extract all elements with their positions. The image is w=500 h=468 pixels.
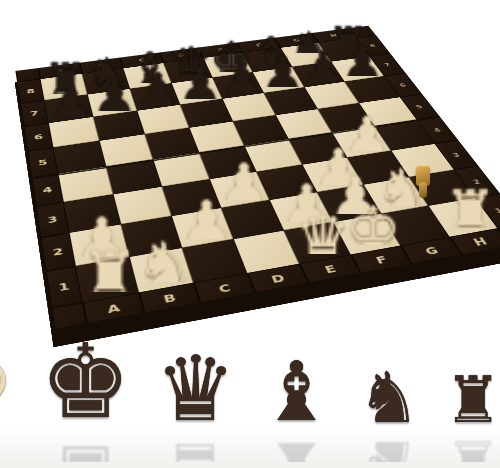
product-photo-stage: ABCDEFGH8♜♞♝♛♚♝♞♜87♟♟♟♟♟♟♟♟766554♟43♟♟32…	[0, 0, 500, 468]
lineup-black-bishop: ♝♝	[260, 353, 334, 462]
black-king-reflection: ♚	[40, 432, 131, 462]
black-queen-glyph: ♛	[155, 346, 236, 432]
black-pawn-a7[interactable]: ♟	[25, 39, 116, 130]
black-king-glyph: ♚	[40, 334, 131, 431]
black-rook-reflection: ♜	[444, 432, 500, 462]
lineup-white-king: ♚♚	[0, 336, 16, 462]
brass-clasp	[408, 166, 438, 202]
black-knight-reflection: ♞	[357, 432, 420, 462]
white-king-glyph: ♚	[0, 336, 16, 431]
white-king-reflection: ♚	[0, 432, 16, 462]
piece-lineup: ♚♚♚♚♛♛♝♝♞♞♜♜♟♟	[0, 272, 500, 462]
lineup-black-knight: ♞♞	[357, 365, 420, 463]
lineup-black-queen: ♛♛	[155, 346, 236, 463]
black-bishop-reflection: ♝	[260, 432, 334, 462]
lineup-black-king: ♚♚	[40, 334, 131, 462]
square-a6[interactable]	[49, 117, 100, 148]
black-knight-glyph: ♞	[357, 365, 420, 432]
black-queen-reflection: ♛	[155, 432, 236, 462]
lineup-black-rook: ♜♜	[444, 370, 500, 462]
black-rook-glyph: ♜	[444, 370, 500, 431]
clasp-hook	[419, 182, 427, 198]
black-bishop-glyph: ♝	[260, 353, 334, 431]
white-queen-e1[interactable]: ♛	[268, 160, 378, 270]
